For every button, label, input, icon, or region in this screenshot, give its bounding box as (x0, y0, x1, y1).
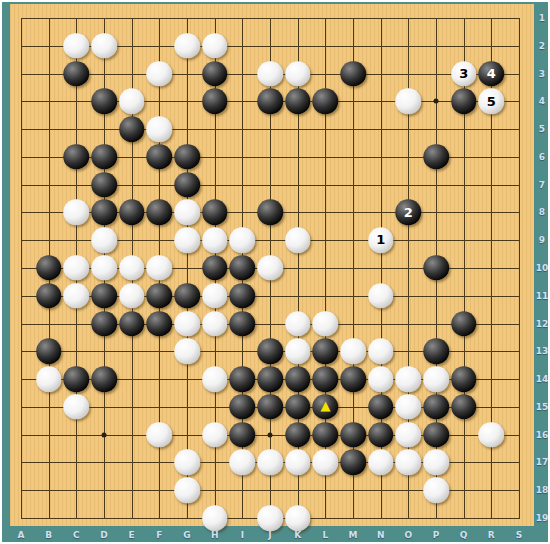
board-cell-J19[interactable] (256, 504, 284, 532)
board-cell-N19[interactable] (367, 504, 395, 532)
board-cell-M8[interactable] (339, 199, 367, 227)
board-cell-R5[interactable] (478, 115, 506, 143)
board-cell-I12[interactable] (229, 310, 257, 338)
board-cell-J15[interactable] (256, 393, 284, 421)
board-cell-O1[interactable] (395, 4, 423, 32)
board-cell-L3[interactable] (312, 60, 340, 88)
board-cell-C12[interactable] (63, 310, 91, 338)
board-cell-A12[interactable] (7, 310, 35, 338)
board-cell-H10[interactable] (201, 254, 229, 282)
board-cell-G18[interactable] (173, 476, 201, 504)
board-cell-C19[interactable] (63, 504, 91, 532)
board-cell-O8[interactable]: 2 (395, 199, 423, 227)
board-cell-C2[interactable] (63, 32, 91, 60)
board-cell-D2[interactable] (90, 32, 118, 60)
board-cell-N9[interactable]: 1 (367, 226, 395, 254)
board-cell-M10[interactable] (339, 254, 367, 282)
board-cell-Q10[interactable] (450, 254, 478, 282)
board-cell-I17[interactable] (229, 449, 257, 477)
board-cell-M11[interactable] (339, 282, 367, 310)
board-cell-A11[interactable] (7, 282, 35, 310)
board-cell-P12[interactable] (422, 310, 450, 338)
board-cell-S19[interactable] (505, 504, 533, 532)
board-cell-Q16[interactable] (450, 421, 478, 449)
board-cell-F13[interactable] (146, 337, 174, 365)
board-cell-O15[interactable] (395, 393, 423, 421)
board-cell-I1[interactable] (229, 4, 257, 32)
board-cell-M16[interactable] (339, 421, 367, 449)
board-cell-L5[interactable] (312, 115, 340, 143)
board-cell-D14[interactable] (90, 365, 118, 393)
board-cell-D5[interactable] (90, 115, 118, 143)
board-cell-R9[interactable] (478, 226, 506, 254)
board-cell-G3[interactable] (173, 60, 201, 88)
board-cell-F3[interactable] (146, 60, 174, 88)
board-cell-L18[interactable] (312, 476, 340, 504)
board-cell-E8[interactable] (118, 199, 146, 227)
board-cell-R6[interactable] (478, 143, 506, 171)
board-cell-G17[interactable] (173, 449, 201, 477)
board-cell-P2[interactable] (422, 32, 450, 60)
board-cell-I19[interactable] (229, 504, 257, 532)
board-cell-N12[interactable] (367, 310, 395, 338)
board-cell-O10[interactable] (395, 254, 423, 282)
board-cell-F15[interactable] (146, 393, 174, 421)
board-cell-S10[interactable] (505, 254, 533, 282)
board-cell-D18[interactable] (90, 476, 118, 504)
board-cell-F18[interactable] (146, 476, 174, 504)
board-cell-L17[interactable] (312, 449, 340, 477)
board-cell-K19[interactable] (284, 504, 312, 532)
board-cell-B19[interactable] (35, 504, 63, 532)
board-cell-E11[interactable] (118, 282, 146, 310)
board-cell-L10[interactable] (312, 254, 340, 282)
board-cell-O3[interactable] (395, 60, 423, 88)
board-cell-S15[interactable] (505, 393, 533, 421)
board-cell-D11[interactable] (90, 282, 118, 310)
board-cell-A15[interactable] (7, 393, 35, 421)
board-cell-H5[interactable] (201, 115, 229, 143)
board-cell-O2[interactable] (395, 32, 423, 60)
board-cell-C15[interactable] (63, 393, 91, 421)
board-cell-A16[interactable] (7, 421, 35, 449)
board-cell-R14[interactable] (478, 365, 506, 393)
board-cell-O13[interactable] (395, 337, 423, 365)
board-cell-K3[interactable] (284, 60, 312, 88)
board-cell-C18[interactable] (63, 476, 91, 504)
board-cell-C9[interactable] (63, 226, 91, 254)
board-cell-L1[interactable] (312, 4, 340, 32)
board-cell-S3[interactable] (505, 60, 533, 88)
board-cell-H14[interactable] (201, 365, 229, 393)
board-cell-I11[interactable] (229, 282, 257, 310)
board-cell-B15[interactable] (35, 393, 63, 421)
board-cell-E6[interactable] (118, 143, 146, 171)
board-cell-K11[interactable] (284, 282, 312, 310)
board-cell-S7[interactable] (505, 171, 533, 199)
board-cell-I16[interactable] (229, 421, 257, 449)
board-cell-R15[interactable] (478, 393, 506, 421)
board-cell-J8[interactable] (256, 199, 284, 227)
board-cell-H3[interactable] (201, 60, 229, 88)
board-cell-K9[interactable] (284, 226, 312, 254)
board-cell-R17[interactable] (478, 449, 506, 477)
board-cell-J14[interactable] (256, 365, 284, 393)
board-cell-Q6[interactable] (450, 143, 478, 171)
board-cell-E17[interactable] (118, 449, 146, 477)
board-cell-I6[interactable] (229, 143, 257, 171)
board-cell-B6[interactable] (35, 143, 63, 171)
board-cell-P11[interactable] (422, 282, 450, 310)
board-cell-B9[interactable] (35, 226, 63, 254)
board-cell-M9[interactable] (339, 226, 367, 254)
board-cell-I14[interactable] (229, 365, 257, 393)
board-cell-C3[interactable] (63, 60, 91, 88)
board-cell-O5[interactable] (395, 115, 423, 143)
board-cell-A19[interactable] (7, 504, 35, 532)
board-cell-S1[interactable] (505, 4, 533, 32)
board-cell-R3[interactable]: 4 (478, 60, 506, 88)
board-cell-H17[interactable] (201, 449, 229, 477)
board-cell-J11[interactable] (256, 282, 284, 310)
board-cell-S12[interactable] (505, 310, 533, 338)
board-cell-D13[interactable] (90, 337, 118, 365)
board-cell-O7[interactable] (395, 171, 423, 199)
board-cell-K12[interactable] (284, 310, 312, 338)
board-cell-O4[interactable] (395, 87, 423, 115)
board-cell-R18[interactable] (478, 476, 506, 504)
board-cell-O6[interactable] (395, 143, 423, 171)
board-cell-K15[interactable] (284, 393, 312, 421)
board-cell-J6[interactable] (256, 143, 284, 171)
board-cell-K8[interactable] (284, 199, 312, 227)
board-cell-F2[interactable] (146, 32, 174, 60)
board-cell-R12[interactable] (478, 310, 506, 338)
board-cell-G15[interactable] (173, 393, 201, 421)
board-cell-B5[interactable] (35, 115, 63, 143)
board-cell-P4[interactable] (422, 87, 450, 115)
board-cell-P8[interactable] (422, 199, 450, 227)
board-cell-S8[interactable] (505, 199, 533, 227)
board-cell-D19[interactable] (90, 504, 118, 532)
board-cell-A2[interactable] (7, 32, 35, 60)
board-cell-P14[interactable] (422, 365, 450, 393)
board-cell-C17[interactable] (63, 449, 91, 477)
board-cell-D12[interactable] (90, 310, 118, 338)
board-cell-J7[interactable] (256, 171, 284, 199)
board-cell-R7[interactable] (478, 171, 506, 199)
board-cell-P3[interactable] (422, 60, 450, 88)
board-cell-H15[interactable] (201, 393, 229, 421)
board-cell-K2[interactable] (284, 32, 312, 60)
board-cell-J2[interactable] (256, 32, 284, 60)
board-cell-R16[interactable] (478, 421, 506, 449)
board-cell-L14[interactable] (312, 365, 340, 393)
board-cell-L16[interactable] (312, 421, 340, 449)
board-cell-Q3[interactable]: 3 (450, 60, 478, 88)
board-cell-S5[interactable] (505, 115, 533, 143)
board-cell-C8[interactable] (63, 199, 91, 227)
board-cell-R2[interactable] (478, 32, 506, 60)
board-cell-K10[interactable] (284, 254, 312, 282)
board-cell-C6[interactable] (63, 143, 91, 171)
board-cell-C11[interactable] (63, 282, 91, 310)
board-cell-Q18[interactable] (450, 476, 478, 504)
board-cell-Q14[interactable] (450, 365, 478, 393)
board-cell-G13[interactable] (173, 337, 201, 365)
board-cell-K4[interactable] (284, 87, 312, 115)
board-cell-I13[interactable] (229, 337, 257, 365)
board-cell-M7[interactable] (339, 171, 367, 199)
board-cell-I10[interactable] (229, 254, 257, 282)
board-cell-M12[interactable] (339, 310, 367, 338)
board-cell-M13[interactable] (339, 337, 367, 365)
board-cell-R4[interactable]: 5 (478, 87, 506, 115)
board-cell-P19[interactable] (422, 504, 450, 532)
board-cell-S14[interactable] (505, 365, 533, 393)
board-cell-Q1[interactable] (450, 4, 478, 32)
board-cell-N1[interactable] (367, 4, 395, 32)
board-cell-S9[interactable] (505, 226, 533, 254)
board-cell-C13[interactable] (63, 337, 91, 365)
board-cell-O12[interactable] (395, 310, 423, 338)
board-cell-F9[interactable] (146, 226, 174, 254)
board-cell-D7[interactable] (90, 171, 118, 199)
board-cell-L4[interactable] (312, 87, 340, 115)
board-cell-H8[interactable] (201, 199, 229, 227)
board-cell-L6[interactable] (312, 143, 340, 171)
board-cell-G8[interactable] (173, 199, 201, 227)
board-cell-Q12[interactable] (450, 310, 478, 338)
board-cell-K18[interactable] (284, 476, 312, 504)
board-cell-E7[interactable] (118, 171, 146, 199)
board-cell-J1[interactable] (256, 4, 284, 32)
board-cell-K17[interactable] (284, 449, 312, 477)
board-cell-G7[interactable] (173, 171, 201, 199)
board-cell-A5[interactable] (7, 115, 35, 143)
board-cell-M18[interactable] (339, 476, 367, 504)
board-cell-J17[interactable] (256, 449, 284, 477)
board-cell-P6[interactable] (422, 143, 450, 171)
board-cell-N4[interactable] (367, 87, 395, 115)
board-cell-K14[interactable] (284, 365, 312, 393)
board-cell-E16[interactable] (118, 421, 146, 449)
board-cell-H7[interactable] (201, 171, 229, 199)
board-cell-A10[interactable] (7, 254, 35, 282)
board-cell-P10[interactable] (422, 254, 450, 282)
board-cell-S13[interactable] (505, 337, 533, 365)
board-cell-M15[interactable] (339, 393, 367, 421)
board-cell-D4[interactable] (90, 87, 118, 115)
board-cell-N13[interactable] (367, 337, 395, 365)
board-cell-P9[interactable] (422, 226, 450, 254)
board-cell-Q2[interactable] (450, 32, 478, 60)
board-cell-N10[interactable] (367, 254, 395, 282)
board-cell-F6[interactable] (146, 143, 174, 171)
board-cell-I18[interactable] (229, 476, 257, 504)
board-cell-Q4[interactable] (450, 87, 478, 115)
board-cell-E15[interactable] (118, 393, 146, 421)
board-cell-I8[interactable] (229, 199, 257, 227)
board-cell-B17[interactable] (35, 449, 63, 477)
board-cell-N18[interactable] (367, 476, 395, 504)
board-cell-S11[interactable] (505, 282, 533, 310)
board-cell-K5[interactable] (284, 115, 312, 143)
board-cell-N14[interactable] (367, 365, 395, 393)
board-cell-P7[interactable] (422, 171, 450, 199)
board-cell-A8[interactable] (7, 199, 35, 227)
board-cell-S16[interactable] (505, 421, 533, 449)
board-cell-J13[interactable] (256, 337, 284, 365)
board-cell-L12[interactable] (312, 310, 340, 338)
board-cell-N16[interactable] (367, 421, 395, 449)
board-cell-L13[interactable] (312, 337, 340, 365)
board-cell-I9[interactable] (229, 226, 257, 254)
board-cell-B18[interactable] (35, 476, 63, 504)
board-cell-F16[interactable] (146, 421, 174, 449)
board-cell-H4[interactable] (201, 87, 229, 115)
board-cell-D3[interactable] (90, 60, 118, 88)
board-cell-M4[interactable] (339, 87, 367, 115)
board-cell-B7[interactable] (35, 171, 63, 199)
board-cell-G6[interactable] (173, 143, 201, 171)
board-cell-Q5[interactable] (450, 115, 478, 143)
board-cell-H11[interactable] (201, 282, 229, 310)
board-cell-R10[interactable] (478, 254, 506, 282)
board-cell-R13[interactable] (478, 337, 506, 365)
board-cell-G16[interactable] (173, 421, 201, 449)
board-cell-F11[interactable] (146, 282, 174, 310)
board-cell-C4[interactable] (63, 87, 91, 115)
board-cell-E18[interactable] (118, 476, 146, 504)
board-cell-O17[interactable] (395, 449, 423, 477)
board-cell-Q13[interactable] (450, 337, 478, 365)
board-cell-L2[interactable] (312, 32, 340, 60)
board-cell-H6[interactable] (201, 143, 229, 171)
board-cell-A4[interactable] (7, 87, 35, 115)
board-cell-S4[interactable] (505, 87, 533, 115)
board-cell-B3[interactable] (35, 60, 63, 88)
board-cell-A6[interactable] (7, 143, 35, 171)
board-cell-F19[interactable] (146, 504, 174, 532)
board-cell-N17[interactable] (367, 449, 395, 477)
board-cell-C14[interactable] (63, 365, 91, 393)
board-cell-M6[interactable] (339, 143, 367, 171)
board-cell-A18[interactable] (7, 476, 35, 504)
board-cell-O9[interactable] (395, 226, 423, 254)
board-cell-P15[interactable] (422, 393, 450, 421)
board-cell-F17[interactable] (146, 449, 174, 477)
board-cell-P5[interactable] (422, 115, 450, 143)
board-cell-M14[interactable] (339, 365, 367, 393)
board-cell-C1[interactable] (63, 4, 91, 32)
board-cell-A13[interactable] (7, 337, 35, 365)
board-cell-Q7[interactable] (450, 171, 478, 199)
board-cell-G5[interactable] (173, 115, 201, 143)
board-cell-K1[interactable] (284, 4, 312, 32)
board-cell-L8[interactable] (312, 199, 340, 227)
board-cell-P1[interactable] (422, 4, 450, 32)
board-cell-A1[interactable] (7, 4, 35, 32)
board-cell-G11[interactable] (173, 282, 201, 310)
board-cell-G1[interactable] (173, 4, 201, 32)
board-cell-L9[interactable] (312, 226, 340, 254)
board-cell-K13[interactable] (284, 337, 312, 365)
board-cell-D9[interactable] (90, 226, 118, 254)
board-cell-E12[interactable] (118, 310, 146, 338)
board-cell-G9[interactable] (173, 226, 201, 254)
board-cell-Q9[interactable] (450, 226, 478, 254)
board-cell-J12[interactable] (256, 310, 284, 338)
board-cell-R19[interactable] (478, 504, 506, 532)
board-cell-J3[interactable] (256, 60, 284, 88)
board-cell-S18[interactable] (505, 476, 533, 504)
board-cell-A9[interactable] (7, 226, 35, 254)
board-cell-C10[interactable] (63, 254, 91, 282)
board-cell-H16[interactable] (201, 421, 229, 449)
board-cell-L7[interactable] (312, 171, 340, 199)
board-cell-O19[interactable] (395, 504, 423, 532)
board-cell-O14[interactable] (395, 365, 423, 393)
board-cell-B8[interactable] (35, 199, 63, 227)
board-cell-M1[interactable] (339, 4, 367, 32)
board-cell-Q11[interactable] (450, 282, 478, 310)
board-cell-G10[interactable] (173, 254, 201, 282)
board-cell-J10[interactable] (256, 254, 284, 282)
board-cell-I3[interactable] (229, 60, 257, 88)
board-cell-E3[interactable] (118, 60, 146, 88)
board-cell-B4[interactable] (35, 87, 63, 115)
board-cell-R1[interactable] (478, 4, 506, 32)
board-cell-B13[interactable] (35, 337, 63, 365)
board-cell-P18[interactable] (422, 476, 450, 504)
board-cell-N7[interactable] (367, 171, 395, 199)
board-cell-D8[interactable] (90, 199, 118, 227)
board-cell-F1[interactable] (146, 4, 174, 32)
board-cell-L11[interactable] (312, 282, 340, 310)
board-cell-F12[interactable] (146, 310, 174, 338)
board-cell-F5[interactable] (146, 115, 174, 143)
board-cell-S6[interactable] (505, 143, 533, 171)
board-cell-J18[interactable] (256, 476, 284, 504)
board-cell-I2[interactable] (229, 32, 257, 60)
board-cell-D15[interactable] (90, 393, 118, 421)
board-cell-D1[interactable] (90, 4, 118, 32)
board-cell-J9[interactable] (256, 226, 284, 254)
board-cell-F10[interactable] (146, 254, 174, 282)
board-cell-P13[interactable] (422, 337, 450, 365)
board-cell-H18[interactable] (201, 476, 229, 504)
board-cell-O18[interactable] (395, 476, 423, 504)
board-cell-B16[interactable] (35, 421, 63, 449)
board-cell-N15[interactable] (367, 393, 395, 421)
board-cell-E19[interactable] (118, 504, 146, 532)
board-cell-C16[interactable] (63, 421, 91, 449)
board-cell-M17[interactable] (339, 449, 367, 477)
board-cell-D6[interactable] (90, 143, 118, 171)
board-cell-B10[interactable] (35, 254, 63, 282)
board-cell-C7[interactable] (63, 171, 91, 199)
board-cell-G2[interactable] (173, 32, 201, 60)
board-cell-R8[interactable] (478, 199, 506, 227)
board-cell-N11[interactable] (367, 282, 395, 310)
board-cell-Q8[interactable] (450, 199, 478, 227)
board-cell-G4[interactable] (173, 87, 201, 115)
board-cell-E5[interactable] (118, 115, 146, 143)
board-cell-D17[interactable] (90, 449, 118, 477)
board-cell-L15[interactable]: ▲ (312, 393, 340, 421)
board-cell-M5[interactable] (339, 115, 367, 143)
